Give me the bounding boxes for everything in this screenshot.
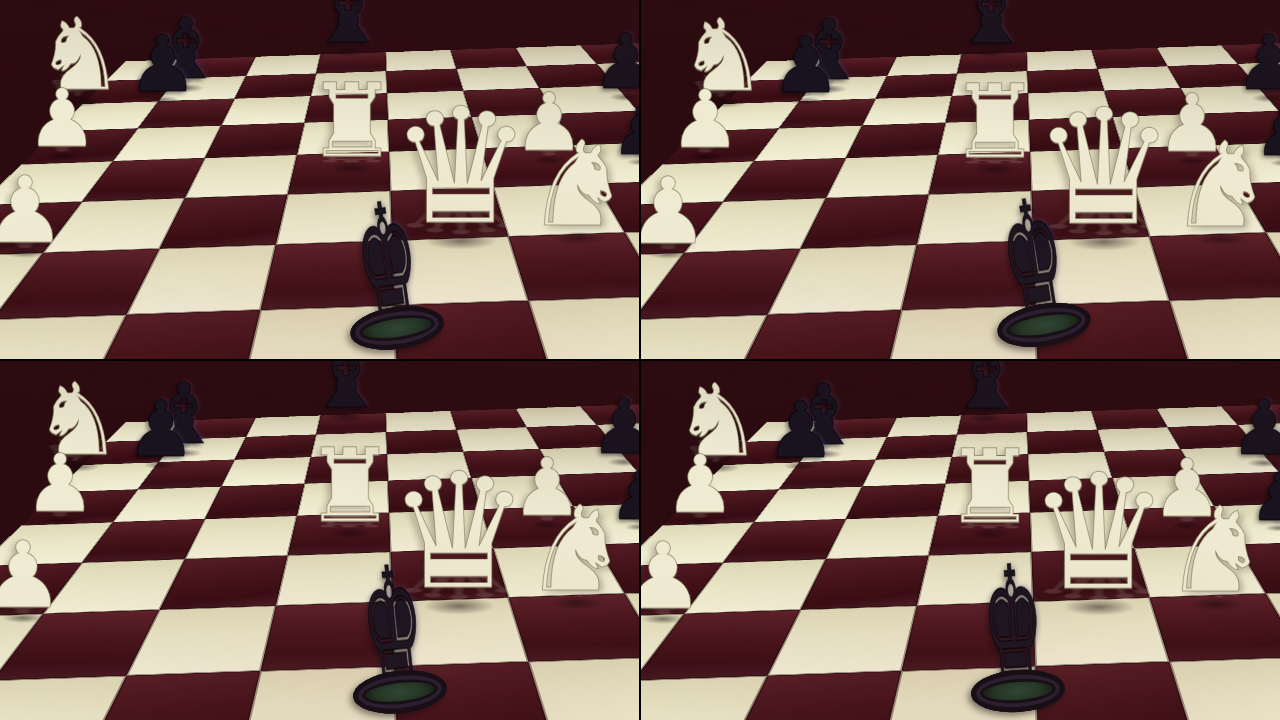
piece-black-pawn-h6: ♟ (1230, 390, 1280, 466)
piece-white-knight-g4: ♞ (523, 490, 629, 608)
video-frame-2: ♝♝♝♝♟♟♟♟♞♞♟♟♟♟♟♟♜♜♞♞♛♛♟♟♚ (641, 0, 1280, 359)
chess-pieces: ♝♝♝♝♟♟♟♟♞♞♟♟♟♟♟♟♜♜♞♞♛♛♟♟♚ (0, 361, 639, 720)
chess-pieces: ♝♝♝♝♟♟♟♟♞♞♟♟♟♟♟♟♜♜♞♞♛♛♟♟♚ (641, 361, 1280, 720)
piece-black-pawn-c6: ♟ (771, 26, 841, 104)
chess-scene: ♝♝♝♝♟♟♟♟♞♞♟♟♟♟♟♟♜♜♞♞♛♛♟♟♚ (641, 0, 1280, 359)
video-frame-3: ♝♝♝♝♟♟♟♟♞♞♟♟♟♟♟♟♜♜♞♞♛♛♟♟♚ (0, 361, 639, 720)
piece-white-knight-g4: ♞ (525, 125, 631, 243)
piece-black-bishop-e7: ♝ (947, 361, 1026, 422)
piece-black-bishop-e7: ♝ (952, 0, 1031, 57)
fallen-king-felt-base (348, 301, 447, 356)
piece-black-bishop-e7: ♝ (309, 0, 388, 56)
fallen-king-felt-base (970, 667, 1067, 715)
piece-white-pawn-a4: ♟ (0, 530, 64, 622)
video-frame-4: ♝♝♝♝♟♟♟♟♞♞♟♟♟♟♟♟♜♜♞♞♛♛♟♟♚ (641, 361, 1280, 720)
piece-white-rook-e5: ♜ (944, 436, 1035, 538)
chess-scene: ♝♝♝♝♟♟♟♟♞♞♟♟♟♟♟♟♜♜♞♞♛♛♟♟♚ (641, 361, 1280, 720)
piece-black-pawn-h6: ♟ (1235, 25, 1280, 101)
piece-black-pawn-h6: ♟ (590, 389, 639, 465)
chess-scene: ♝♝♝♝♟♟♟♟♞♞♟♟♟♟♟♟♜♜♞♞♛♛♟♟♚ (0, 0, 639, 359)
piece-black-pawn-c6: ♟ (766, 391, 836, 469)
piece-white-rook-e5: ♜ (949, 71, 1040, 173)
video-frame-montage: ♝♝♝♝♟♟♟♟♞♞♟♟♟♟♟♟♜♜♞♞♛♛♟♟♚ ♝♝♝♝♟♟♟♟♞♞♟♟♟♟… (0, 0, 1280, 720)
piece-white-queen-f4: ♛ (1027, 453, 1170, 613)
piece-black-pawn-c6: ♟ (126, 390, 196, 468)
piece-white-pawn-b5: ♟ (26, 79, 98, 159)
piece-white-pawn-a4: ♟ (0, 165, 66, 257)
video-frame-1: ♝♝♝♝♟♟♟♟♞♞♟♟♟♟♟♟♜♜♞♞♛♛♟♟♚ (0, 0, 639, 359)
fallen-king-felt-base (351, 666, 449, 718)
piece-white-rook-e5: ♜ (304, 435, 395, 537)
chess-scene: ♝♝♝♝♟♟♟♟♞♞♟♟♟♟♟♟♜♜♞♞♛♛♟♟♚ (0, 361, 639, 720)
chess-pieces: ♝♝♝♝♟♟♟♟♞♞♟♟♟♟♟♟♜♜♞♞♛♛♟♟♚ (641, 0, 1280, 359)
piece-white-rook-e5: ♜ (306, 70, 397, 172)
piece-white-pawn-a4: ♟ (641, 166, 709, 258)
piece-white-knight-g4: ♞ (1168, 126, 1274, 244)
piece-white-knight-g4: ♞ (1163, 491, 1269, 609)
piece-black-pawn-c6: ♟ (128, 25, 198, 103)
piece-white-pawn-b5: ♟ (669, 80, 741, 160)
piece-black-pawn-h6: ♟ (592, 24, 639, 100)
piece-black-bishop-e7: ♝ (307, 361, 386, 421)
chess-pieces: ♝♝♝♝♟♟♟♟♞♞♟♟♟♟♟♟♜♜♞♞♛♛♟♟♚ (0, 0, 639, 359)
piece-white-pawn-b5: ♟ (664, 445, 736, 525)
piece-white-pawn-b5: ♟ (24, 444, 96, 524)
piece-white-pawn-a4: ♟ (641, 531, 704, 623)
